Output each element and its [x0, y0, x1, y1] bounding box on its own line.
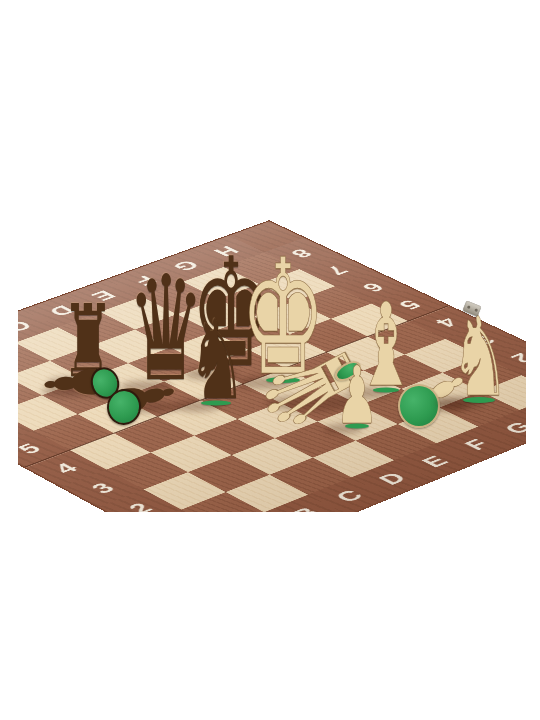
felt-base [398, 384, 440, 428]
product-photo-canvas: ABCDEFGH8877665544332211ABCDEFGH ♚♜♟♚♛♛♝… [0, 0, 540, 720]
white-pawn: ♟ [335, 365, 378, 427]
felt-base-ring [345, 424, 369, 429]
felt-base-ring [201, 401, 231, 406]
felt-base-ring [463, 397, 495, 403]
white-knight: ♞ [450, 315, 509, 401]
photo: ABCDEFGH8877665544332211ABCDEFGH ♚♜♟♚♛♛♝… [18, 175, 526, 512]
black-knight: ♞ [187, 318, 246, 404]
